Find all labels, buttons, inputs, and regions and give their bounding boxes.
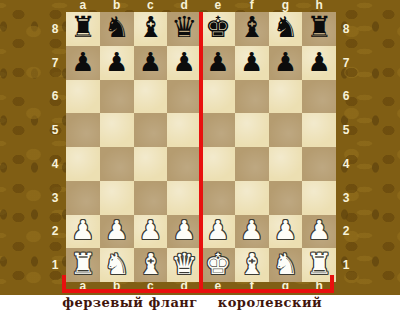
square-h6: [302, 80, 336, 114]
square-h8: ♜: [302, 12, 336, 46]
square-b5: [100, 113, 134, 147]
rank-label-right-1: 1: [337, 248, 355, 282]
piece-white-pawn: ♟: [206, 217, 229, 243]
square-g6: [269, 80, 303, 114]
square-a2: ♟: [66, 215, 100, 249]
rank-label-right-7: 7: [337, 46, 355, 80]
square-a4: [66, 147, 100, 181]
square-d7: ♟: [167, 46, 201, 80]
square-b6: [100, 80, 134, 114]
square-d5: [167, 113, 201, 147]
piece-black-knight: ♞: [272, 13, 298, 42]
piece-black-queen: ♛: [171, 13, 197, 42]
piece-black-pawn: ♟: [307, 49, 330, 75]
file-label-top-f: f: [235, 0, 269, 12]
square-h4: [302, 147, 336, 181]
piece-black-bishop: ♝: [239, 13, 265, 42]
square-g4: [269, 147, 303, 181]
rank-label-right-4: 4: [337, 147, 355, 181]
square-e8: ♚: [201, 12, 235, 46]
file-label-top-d: d: [167, 0, 201, 12]
square-c3: [134, 181, 168, 215]
file-label-top-c: c: [134, 0, 168, 12]
piece-white-pawn: ♟: [139, 217, 162, 243]
rank-label-right-3: 3: [337, 181, 355, 215]
square-h3: [302, 181, 336, 215]
square-f7: ♟: [235, 46, 269, 80]
file-labels-top: abcdefgh: [66, 0, 336, 12]
kingside-caption: королевский фланг: [198, 295, 342, 311]
piece-white-pawn: ♟: [71, 217, 94, 243]
kingside-bracket: [200, 275, 334, 293]
piece-white-pawn: ♟: [172, 217, 195, 243]
square-g3: [269, 181, 303, 215]
piece-black-knight: ♞: [104, 13, 130, 42]
file-label-top-h: h: [302, 0, 336, 12]
square-f5: [235, 113, 269, 147]
square-g5: [269, 113, 303, 147]
square-c5: [134, 113, 168, 147]
piece-black-pawn: ♟: [105, 49, 128, 75]
piece-white-pawn: ♟: [105, 217, 128, 243]
square-g8: ♞: [269, 12, 303, 46]
rank-labels-left: 87654321: [46, 12, 64, 282]
square-c6: [134, 80, 168, 114]
square-c8: ♝: [134, 12, 168, 46]
square-a3: [66, 181, 100, 215]
rank-label-left-2: 2: [46, 215, 64, 249]
square-f2: ♟: [235, 215, 269, 249]
rank-label-right-5: 5: [337, 113, 355, 147]
file-label-top-g: g: [269, 0, 303, 12]
square-b2: ♟: [100, 215, 134, 249]
square-h5: [302, 113, 336, 147]
queenside-bracket: [62, 275, 203, 293]
square-d4: [167, 147, 201, 181]
square-f6: [235, 80, 269, 114]
square-b4: [100, 147, 134, 181]
square-c2: ♟: [134, 215, 168, 249]
piece-black-pawn: ♟: [206, 49, 229, 75]
square-b3: [100, 181, 134, 215]
piece-white-pawn: ♟: [274, 217, 297, 243]
square-c7: ♟: [134, 46, 168, 80]
file-label-top-e: e: [201, 0, 235, 12]
rank-label-right-6: 6: [337, 80, 355, 114]
square-a6: [66, 80, 100, 114]
piece-black-bishop: ♝: [137, 13, 163, 42]
caption-strip: ферзевый фланг королевский фланг: [0, 295, 400, 311]
square-g7: ♟: [269, 46, 303, 80]
square-d2: ♟: [167, 215, 201, 249]
square-e7: ♟: [201, 46, 235, 80]
rank-labels-right: 87654321: [337, 12, 355, 282]
rank-label-right-8: 8: [337, 12, 355, 46]
square-b7: ♟: [100, 46, 134, 80]
square-e4: [201, 147, 235, 181]
square-d3: [167, 181, 201, 215]
rank-label-left-7: 7: [46, 46, 64, 80]
square-f8: ♝: [235, 12, 269, 46]
square-f3: [235, 181, 269, 215]
square-e5: [201, 113, 235, 147]
square-a5: [66, 113, 100, 147]
square-e3: [201, 181, 235, 215]
piece-black-rook: ♜: [306, 13, 332, 42]
rank-label-left-3: 3: [46, 181, 64, 215]
square-c4: [134, 147, 168, 181]
square-e6: [201, 80, 235, 114]
rank-label-left-5: 5: [46, 113, 64, 147]
queenside-caption: ферзевый фланг: [58, 295, 202, 311]
square-h2: ♟: [302, 215, 336, 249]
piece-black-pawn: ♟: [240, 49, 263, 75]
file-label-top-b: b: [100, 0, 134, 12]
square-h7: ♟: [302, 46, 336, 80]
square-d6: [167, 80, 201, 114]
square-f4: [235, 147, 269, 181]
piece-black-pawn: ♟: [71, 49, 94, 75]
file-label-top-a: a: [66, 0, 100, 12]
chess-diagram: abcdefgh abcdefgh 87654321 87654321 ♜♞♝♛…: [0, 0, 400, 311]
piece-white-pawn: ♟: [240, 217, 263, 243]
rank-label-left-6: 6: [46, 80, 64, 114]
piece-white-pawn: ♟: [307, 217, 330, 243]
square-b8: ♞: [100, 12, 134, 46]
square-e2: ♟: [201, 215, 235, 249]
piece-black-king: ♚: [205, 13, 231, 42]
square-a8: ♜: [66, 12, 100, 46]
square-g2: ♟: [269, 215, 303, 249]
piece-black-pawn: ♟: [274, 49, 297, 75]
rank-label-left-8: 8: [46, 12, 64, 46]
piece-black-rook: ♜: [70, 13, 96, 42]
piece-black-pawn: ♟: [172, 49, 195, 75]
rank-label-right-2: 2: [337, 215, 355, 249]
piece-black-pawn: ♟: [139, 49, 162, 75]
flank-divider-line: [199, 12, 203, 293]
rank-label-left-4: 4: [46, 147, 64, 181]
square-d8: ♛: [167, 12, 201, 46]
square-a7: ♟: [66, 46, 100, 80]
